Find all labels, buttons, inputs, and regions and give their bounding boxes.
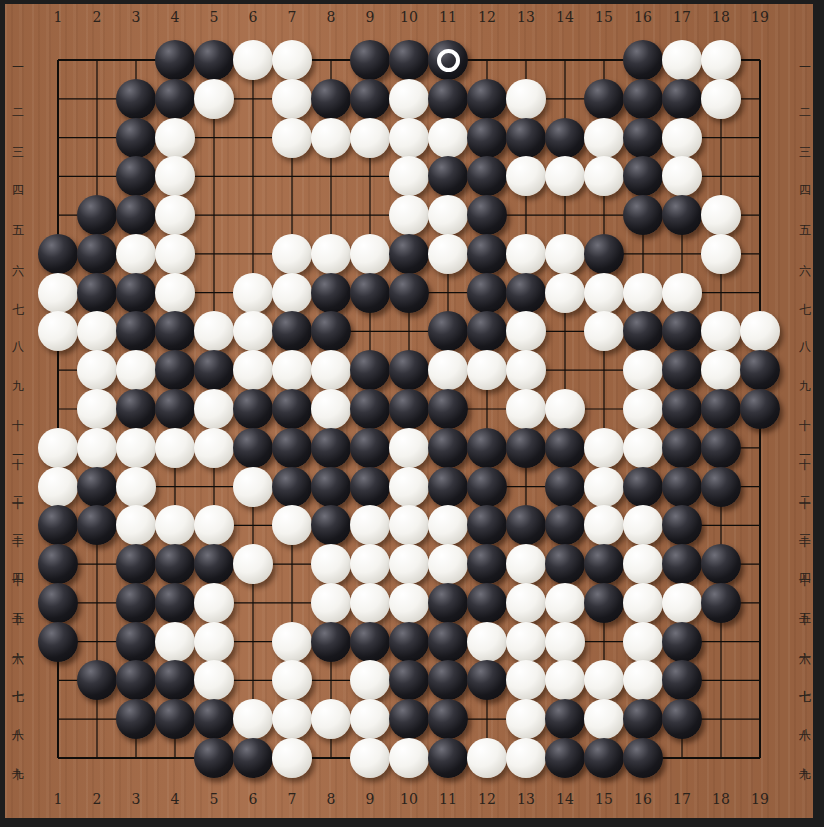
white-stone [38, 428, 78, 468]
black-stone [545, 738, 585, 778]
white-stone [623, 428, 663, 468]
white-stone [350, 699, 390, 739]
black-stone [233, 738, 273, 778]
black-stone [428, 738, 468, 778]
white-stone [350, 234, 390, 274]
white-stone [584, 699, 624, 739]
column-label-top: 14 [551, 9, 579, 25]
black-stone [389, 622, 429, 662]
black-stone [233, 389, 273, 429]
white-stone [116, 467, 156, 507]
black-stone [155, 40, 195, 80]
black-stone [311, 622, 351, 662]
black-stone [662, 350, 702, 390]
row-label-left: 十九 [10, 736, 26, 780]
white-stone [701, 350, 741, 390]
white-stone [506, 544, 546, 584]
black-stone [350, 40, 390, 80]
black-stone [662, 79, 702, 119]
white-stone [584, 428, 624, 468]
white-stone [194, 622, 234, 662]
column-label-bottom: 8 [317, 791, 345, 807]
row-label-right: 七 [797, 271, 813, 315]
black-stone [350, 622, 390, 662]
column-label-top: 5 [200, 9, 228, 25]
column-label-top: 4 [161, 9, 189, 25]
white-stone [194, 79, 234, 119]
black-stone [38, 622, 78, 662]
column-label-top: 19 [746, 9, 774, 25]
row-label-left: 十五 [10, 581, 26, 625]
black-stone [662, 622, 702, 662]
row-label-left: 三 [10, 116, 26, 160]
black-stone [428, 467, 468, 507]
white-stone [272, 234, 312, 274]
black-stone [467, 544, 507, 584]
black-stone [662, 467, 702, 507]
black-stone [506, 428, 546, 468]
black-stone [701, 544, 741, 584]
column-label-top: 1 [44, 9, 72, 25]
white-stone [623, 350, 663, 390]
white-stone [584, 467, 624, 507]
column-label-top: 7 [278, 9, 306, 25]
black-stone [467, 234, 507, 274]
white-stone [350, 583, 390, 623]
black-stone [233, 428, 273, 468]
white-stone [155, 195, 195, 235]
white-stone [545, 583, 585, 623]
column-label-bottom: 17 [668, 791, 696, 807]
black-stone [77, 234, 117, 274]
column-label-bottom: 16 [629, 791, 657, 807]
white-stone [194, 389, 234, 429]
row-label-right: 十二 [797, 465, 813, 509]
column-label-bottom: 3 [122, 791, 150, 807]
white-stone [428, 234, 468, 274]
black-stone [428, 583, 468, 623]
white-stone [350, 118, 390, 158]
black-stone [467, 195, 507, 235]
row-label-right: 二 [797, 77, 813, 121]
white-stone [194, 428, 234, 468]
row-label-right: 十九 [797, 736, 813, 780]
white-stone [545, 389, 585, 429]
row-label-left: 七 [10, 271, 26, 315]
black-stone [350, 273, 390, 313]
white-stone [623, 389, 663, 429]
white-stone [506, 622, 546, 662]
white-stone [116, 350, 156, 390]
white-stone [311, 118, 351, 158]
column-label-bottom: 14 [551, 791, 579, 807]
row-label-left: 十六 [10, 620, 26, 664]
black-stone [545, 428, 585, 468]
column-label-bottom: 2 [83, 791, 111, 807]
black-stone [623, 40, 663, 80]
row-label-right: 十一 [797, 426, 813, 470]
black-stone [350, 389, 390, 429]
row-label-right: 十五 [797, 581, 813, 625]
white-stone [506, 350, 546, 390]
white-stone [116, 234, 156, 274]
black-stone [662, 544, 702, 584]
white-stone [662, 273, 702, 313]
white-stone [389, 79, 429, 119]
white-stone [389, 195, 429, 235]
black-stone [194, 40, 234, 80]
white-stone [116, 428, 156, 468]
white-stone [272, 350, 312, 390]
black-stone [272, 389, 312, 429]
column-label-bottom: 6 [239, 791, 267, 807]
black-stone [467, 273, 507, 313]
white-stone [662, 40, 702, 80]
column-label-top: 9 [356, 9, 384, 25]
row-label-right: 十六 [797, 620, 813, 664]
black-stone [428, 40, 468, 80]
column-label-bottom: 18 [707, 791, 735, 807]
black-stone [584, 234, 624, 274]
white-stone [389, 583, 429, 623]
row-label-left: 六 [10, 232, 26, 276]
white-stone [428, 118, 468, 158]
black-stone [194, 699, 234, 739]
white-stone [545, 234, 585, 274]
white-stone [272, 79, 312, 119]
black-stone [350, 428, 390, 468]
black-stone [623, 118, 663, 158]
white-stone [389, 118, 429, 158]
black-stone [701, 389, 741, 429]
black-stone [467, 118, 507, 158]
column-label-top: 17 [668, 9, 696, 25]
black-stone [740, 350, 780, 390]
column-label-top: 6 [239, 9, 267, 25]
black-stone [116, 389, 156, 429]
white-stone [38, 273, 78, 313]
black-stone [389, 389, 429, 429]
white-stone [350, 738, 390, 778]
black-stone [194, 350, 234, 390]
black-stone [155, 583, 195, 623]
column-label-bottom: 9 [356, 791, 384, 807]
column-label-bottom: 19 [746, 791, 774, 807]
white-stone [584, 118, 624, 158]
white-stone [233, 40, 273, 80]
white-stone [506, 583, 546, 623]
black-stone [389, 350, 429, 390]
black-stone [77, 195, 117, 235]
white-stone [350, 544, 390, 584]
row-label-left: 二 [10, 77, 26, 121]
white-stone [467, 738, 507, 778]
black-stone [116, 699, 156, 739]
white-stone [233, 467, 273, 507]
black-stone [467, 428, 507, 468]
black-stone [428, 699, 468, 739]
white-stone [506, 699, 546, 739]
column-label-bottom: 13 [512, 791, 540, 807]
black-stone [623, 195, 663, 235]
white-stone [545, 622, 585, 662]
black-stone [116, 544, 156, 584]
black-stone [116, 195, 156, 235]
white-stone [506, 738, 546, 778]
black-stone [350, 350, 390, 390]
row-label-left: 十三 [10, 503, 26, 547]
white-stone [155, 622, 195, 662]
black-stone [467, 79, 507, 119]
black-stone [584, 79, 624, 119]
white-stone [467, 622, 507, 662]
white-stone [623, 273, 663, 313]
black-stone [545, 467, 585, 507]
white-stone [155, 428, 195, 468]
white-stone [272, 273, 312, 313]
column-label-top: 16 [629, 9, 657, 25]
white-stone [311, 699, 351, 739]
black-stone [311, 273, 351, 313]
black-stone [506, 273, 546, 313]
black-stone [545, 544, 585, 584]
black-stone [116, 118, 156, 158]
white-stone [233, 699, 273, 739]
black-stone [428, 622, 468, 662]
white-stone [389, 544, 429, 584]
black-stone [428, 389, 468, 429]
black-stone [77, 467, 117, 507]
black-stone [584, 738, 624, 778]
white-stone [701, 195, 741, 235]
black-stone [584, 544, 624, 584]
white-stone [389, 428, 429, 468]
white-stone [545, 273, 585, 313]
column-label-bottom: 1 [44, 791, 72, 807]
black-stone [155, 699, 195, 739]
row-label-left: 一 [10, 38, 26, 82]
white-stone [428, 544, 468, 584]
white-stone [155, 118, 195, 158]
white-stone [389, 467, 429, 507]
white-stone [77, 428, 117, 468]
row-label-left: 十四 [10, 542, 26, 586]
black-stone [38, 583, 78, 623]
black-stone [467, 467, 507, 507]
white-stone [311, 350, 351, 390]
column-label-bottom: 7 [278, 791, 306, 807]
black-stone [155, 79, 195, 119]
column-label-bottom: 10 [395, 791, 423, 807]
white-stone [194, 583, 234, 623]
row-label-right: 一 [797, 38, 813, 82]
column-label-top: 8 [317, 9, 345, 25]
row-label-right: 八 [797, 309, 813, 353]
white-stone [38, 467, 78, 507]
black-stone [428, 79, 468, 119]
black-stone [701, 583, 741, 623]
black-stone [311, 467, 351, 507]
white-stone [467, 350, 507, 390]
white-stone [506, 389, 546, 429]
white-stone [311, 234, 351, 274]
column-label-top: 10 [395, 9, 423, 25]
row-label-left: 八 [10, 309, 26, 353]
black-stone [545, 118, 585, 158]
black-stone [116, 79, 156, 119]
black-stone [350, 79, 390, 119]
black-stone [155, 544, 195, 584]
white-stone [428, 350, 468, 390]
white-stone [701, 40, 741, 80]
white-stone [623, 622, 663, 662]
white-stone [584, 273, 624, 313]
white-stone [77, 389, 117, 429]
white-stone [272, 699, 312, 739]
black-stone [194, 738, 234, 778]
white-stone [272, 738, 312, 778]
white-stone [701, 79, 741, 119]
black-stone [272, 428, 312, 468]
white-stone [662, 583, 702, 623]
row-label-right: 十七 [797, 658, 813, 702]
column-label-bottom: 4 [161, 791, 189, 807]
column-label-bottom: 11 [434, 791, 462, 807]
row-label-left: 五 [10, 193, 26, 237]
white-stone [506, 234, 546, 274]
white-stone [155, 234, 195, 274]
row-label-left: 四 [10, 154, 26, 198]
black-stone [623, 467, 663, 507]
row-label-left: 十 [10, 387, 26, 431]
white-stone [233, 544, 273, 584]
black-stone [506, 118, 546, 158]
column-label-top: 3 [122, 9, 150, 25]
column-label-top: 2 [83, 9, 111, 25]
row-label-right: 十 [797, 387, 813, 431]
white-stone [701, 234, 741, 274]
black-stone [116, 622, 156, 662]
white-stone [272, 118, 312, 158]
black-stone [662, 428, 702, 468]
white-stone [506, 79, 546, 119]
black-stone [701, 467, 741, 507]
row-label-left: 十一 [10, 426, 26, 470]
black-stone [38, 234, 78, 274]
row-label-right: 三 [797, 116, 813, 160]
black-stone [116, 583, 156, 623]
black-stone [584, 583, 624, 623]
column-label-top: 18 [707, 9, 735, 25]
column-label-top: 13 [512, 9, 540, 25]
black-stone [77, 273, 117, 313]
column-label-top: 15 [590, 9, 618, 25]
black-stone [662, 699, 702, 739]
column-label-top: 12 [473, 9, 501, 25]
black-stone [623, 79, 663, 119]
black-stone [389, 40, 429, 80]
column-label-bottom: 15 [590, 791, 618, 807]
row-label-right: 十八 [797, 697, 813, 741]
row-label-right: 九 [797, 348, 813, 392]
black-stone [311, 428, 351, 468]
column-label-top: 11 [434, 9, 462, 25]
row-label-right: 十三 [797, 503, 813, 547]
black-stone [623, 738, 663, 778]
white-stone [233, 273, 273, 313]
black-stone [701, 428, 741, 468]
black-stone [155, 389, 195, 429]
white-stone [428, 195, 468, 235]
black-stone [194, 544, 234, 584]
black-stone [623, 699, 663, 739]
row-label-left: 十二 [10, 465, 26, 509]
white-stone [272, 40, 312, 80]
row-label-left: 九 [10, 348, 26, 392]
black-stone [155, 350, 195, 390]
black-stone [428, 428, 468, 468]
black-stone [740, 389, 780, 429]
row-label-right: 五 [797, 193, 813, 237]
black-stone [272, 467, 312, 507]
black-stone [662, 195, 702, 235]
row-label-left: 十八 [10, 697, 26, 741]
white-stone [623, 583, 663, 623]
row-label-right: 四 [797, 154, 813, 198]
row-label-right: 六 [797, 232, 813, 276]
black-stone [311, 79, 351, 119]
white-stone [389, 738, 429, 778]
black-stone [662, 389, 702, 429]
black-stone [467, 583, 507, 623]
row-label-right: 十四 [797, 542, 813, 586]
black-stone [389, 234, 429, 274]
black-stone [389, 699, 429, 739]
black-stone [389, 273, 429, 313]
white-stone [311, 583, 351, 623]
white-stone [311, 544, 351, 584]
white-stone [623, 544, 663, 584]
white-stone [662, 118, 702, 158]
white-stone [272, 622, 312, 662]
white-stone [155, 273, 195, 313]
column-label-bottom: 12 [473, 791, 501, 807]
black-stone [38, 544, 78, 584]
white-stone [77, 350, 117, 390]
go-app-window: 1122334455667788991010111112121313141415… [0, 0, 824, 827]
column-label-bottom: 5 [200, 791, 228, 807]
white-stone [233, 350, 273, 390]
black-stone [350, 467, 390, 507]
row-label-left: 十七 [10, 658, 26, 702]
black-stone [116, 273, 156, 313]
white-stone [311, 389, 351, 429]
black-stone [545, 699, 585, 739]
